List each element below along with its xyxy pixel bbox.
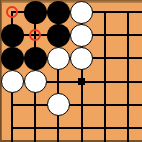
black-square-marker: [78, 78, 85, 85]
black-stone: [1, 47, 24, 70]
black-stone: [24, 1, 47, 24]
black-stone: [1, 24, 24, 47]
white-stone: [47, 47, 70, 70]
grid-line-horizontal: [11, 104, 142, 106]
red-circle-marker: [29, 29, 41, 41]
board-edge-left: [0, 0, 2, 142]
white-stone: [24, 70, 47, 93]
red-circle-marker: [6, 6, 18, 18]
white-stone: [70, 24, 93, 47]
black-stone: [47, 24, 70, 47]
white-stone: [47, 93, 70, 116]
black-stone: [24, 47, 47, 70]
board-edge-bottom: [0, 140, 142, 142]
grid-line-vertical: [127, 11, 129, 142]
go-board[interactable]: [0, 0, 142, 142]
white-stone: [1, 70, 24, 93]
white-stone: [70, 47, 93, 70]
grid-line-vertical: [104, 11, 106, 142]
white-stone: [70, 1, 93, 24]
board-edge-top: [0, 0, 142, 3]
black-stone: [47, 1, 70, 24]
grid-line-horizontal: [11, 127, 142, 129]
